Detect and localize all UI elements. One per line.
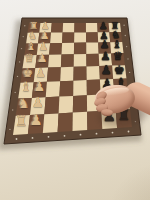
piece-white-bishop[interactable]: ♝ xyxy=(20,81,32,94)
piece-black-pawn[interactable]: ♟ xyxy=(100,51,110,63)
piece-white-knight[interactable]: ♞ xyxy=(18,97,30,111)
piece-white-queen[interactable]: ♛ xyxy=(24,53,34,65)
piece-white-pawn[interactable]: ♟ xyxy=(35,66,46,78)
piece-white-pawn[interactable]: ♟ xyxy=(32,96,44,110)
piece-black-rook[interactable]: ♜ xyxy=(117,108,130,123)
piece-black-bishop[interactable]: ♝ xyxy=(115,77,127,90)
piece-white-pawn[interactable]: ♟ xyxy=(37,53,47,65)
piece-black-queen[interactable]: ♛ xyxy=(113,51,123,63)
piece-white-rook[interactable]: ♜ xyxy=(15,115,28,130)
piece-black-king[interactable]: ♚ xyxy=(114,63,125,75)
piece-black-pawn[interactable]: ♟ xyxy=(103,109,116,124)
piece-white-king[interactable]: ♚ xyxy=(22,67,33,79)
piece-white-pawn[interactable]: ♟ xyxy=(29,114,42,129)
pieces-layer: ♜♟♟♜♞♟♟♞♝♟♟♝♛♟♟♛♚♟♟♚♝♟♟♝♞♟♟♞♜♟♟♜ xyxy=(0,0,150,200)
piece-black-pawn[interactable]: ♟ xyxy=(102,93,114,107)
piece-white-pawn[interactable]: ♟ xyxy=(34,80,46,93)
photo-scene: ♜♟♟♜♞♟♟♞♝♟♟♝♛♟♟♛♚♟♟♚♝♟♟♝♞♟♟♞♜♟♟♜ xyxy=(0,0,150,200)
piece-black-pawn[interactable]: ♟ xyxy=(101,77,113,90)
piece-black-knight[interactable]: ♞ xyxy=(116,92,128,106)
piece-black-pawn[interactable]: ♟ xyxy=(101,64,112,76)
